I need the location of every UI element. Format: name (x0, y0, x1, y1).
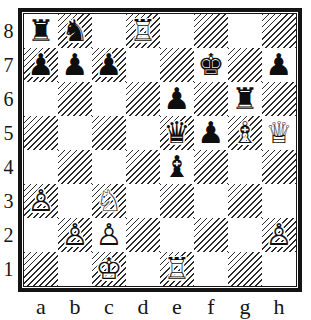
square-h7[interactable]: ♟ (262, 48, 296, 82)
square-e5[interactable]: ♛ (160, 116, 194, 150)
square-d8[interactable]: ♖ (126, 14, 160, 48)
square-h8[interactable] (262, 14, 296, 48)
square-d1[interactable] (126, 252, 160, 286)
black-pawn-c7: ♟ (96, 48, 123, 82)
square-d6[interactable] (126, 82, 160, 116)
rank-label-4: 4 (0, 150, 17, 184)
board-border: ♜♞♖♟♟♟♚♟♟♜♛♟♗♕♝♙♘♙♙♙♔♖ (23, 13, 297, 287)
rank-label-1: 1 (0, 252, 17, 286)
square-a6[interactable] (24, 82, 58, 116)
square-g5[interactable]: ♗ (228, 116, 262, 150)
square-f1[interactable] (194, 252, 228, 286)
square-b4[interactable] (58, 150, 92, 184)
square-c8[interactable] (92, 14, 126, 48)
square-b7[interactable]: ♟ (58, 48, 92, 82)
black-pawn-h7: ♟ (266, 48, 293, 82)
square-d3[interactable] (126, 184, 160, 218)
white-pawn-a3: ♙ (28, 184, 55, 218)
square-g7[interactable] (228, 48, 262, 82)
square-a4[interactable] (24, 150, 58, 184)
black-rook-a8: ♜ (28, 14, 55, 48)
square-a2[interactable] (24, 218, 58, 252)
square-h4[interactable] (262, 150, 296, 184)
white-knight-c3: ♘ (96, 184, 123, 218)
square-c4[interactable] (92, 150, 126, 184)
square-f3[interactable] (194, 184, 228, 218)
square-c7[interactable]: ♟ (92, 48, 126, 82)
black-pawn-f5: ♟ (198, 116, 225, 150)
rank-label-2: 2 (0, 218, 17, 252)
square-f8[interactable] (194, 14, 228, 48)
square-e8[interactable] (160, 14, 194, 48)
square-e4[interactable]: ♝ (160, 150, 194, 184)
black-bishop-e4: ♝ (164, 150, 191, 184)
file-label-c: c (92, 294, 126, 320)
square-f7[interactable]: ♚ (194, 48, 228, 82)
white-rook-d8: ♖ (130, 14, 157, 48)
square-a8[interactable]: ♜ (24, 14, 58, 48)
file-label-d: d (126, 294, 160, 320)
rank-label-8: 8 (0, 14, 17, 48)
square-b1[interactable] (58, 252, 92, 286)
square-g2[interactable] (228, 218, 262, 252)
square-e2[interactable] (160, 218, 194, 252)
square-f2[interactable] (194, 218, 228, 252)
file-labels: abcdefgh (24, 294, 296, 320)
square-c3[interactable]: ♘ (92, 184, 126, 218)
square-b2[interactable]: ♙ (58, 218, 92, 252)
rank-label-7: 7 (0, 48, 17, 82)
square-h1[interactable] (262, 252, 296, 286)
white-rook-e1: ♖ (164, 252, 191, 286)
file-label-e: e (160, 294, 194, 320)
white-pawn-b2: ♙ (62, 218, 89, 252)
square-a3[interactable]: ♙ (24, 184, 58, 218)
square-f4[interactable] (194, 150, 228, 184)
square-c5[interactable] (92, 116, 126, 150)
square-e3[interactable] (160, 184, 194, 218)
white-king-c1: ♔ (96, 252, 123, 286)
square-d4[interactable] (126, 150, 160, 184)
square-h3[interactable] (262, 184, 296, 218)
square-c2[interactable]: ♙ (92, 218, 126, 252)
square-e7[interactable] (160, 48, 194, 82)
black-pawn-a7: ♟ (28, 48, 55, 82)
square-f6[interactable] (194, 82, 228, 116)
file-label-h: h (262, 294, 296, 320)
square-e6[interactable]: ♟ (160, 82, 194, 116)
white-pawn-h2: ♙ (266, 218, 293, 252)
file-label-g: g (228, 294, 262, 320)
rank-label-3: 3 (0, 184, 17, 218)
square-g4[interactable] (228, 150, 262, 184)
square-f5[interactable]: ♟ (194, 116, 228, 150)
black-knight-b8: ♞ (62, 14, 89, 48)
square-g3[interactable] (228, 184, 262, 218)
square-b5[interactable] (58, 116, 92, 150)
square-a7[interactable]: ♟ (24, 48, 58, 82)
square-a1[interactable] (24, 252, 58, 286)
square-b6[interactable] (58, 82, 92, 116)
rank-label-5: 5 (0, 116, 17, 150)
square-h5[interactable]: ♕ (262, 116, 296, 150)
square-g1[interactable] (228, 252, 262, 286)
file-label-b: b (58, 294, 92, 320)
square-c6[interactable] (92, 82, 126, 116)
white-bishop-g5: ♗ (232, 116, 259, 150)
file-label-a: a (24, 294, 58, 320)
square-h2[interactable]: ♙ (262, 218, 296, 252)
black-rook-g6: ♜ (232, 82, 259, 116)
white-pawn-c2: ♙ (96, 218, 123, 252)
square-a5[interactable] (24, 116, 58, 150)
black-pawn-b7: ♟ (62, 48, 89, 82)
rank-labels: 87654321 (0, 14, 17, 286)
chess-diagram: 87654321 ♜♞♖♟♟♟♚♟♟♜♛♟♗♕♝♙♘♙♙♙♔♖ abcdefgh (0, 0, 311, 320)
square-d7[interactable] (126, 48, 160, 82)
rank-label-6: 6 (0, 82, 17, 116)
file-label-f: f (194, 294, 228, 320)
square-g6[interactable]: ♜ (228, 82, 262, 116)
black-pawn-e6: ♟ (164, 82, 191, 116)
white-queen-h5: ♕ (266, 116, 293, 150)
square-g8[interactable] (228, 14, 262, 48)
black-queen-e5: ♛ (164, 116, 191, 150)
chess-board: ♜♞♖♟♟♟♚♟♟♜♛♟♗♕♝♙♘♙♙♙♔♖ (18, 8, 302, 292)
square-b3[interactable] (58, 184, 92, 218)
square-c1[interactable]: ♔ (92, 252, 126, 286)
square-b8[interactable]: ♞ (58, 14, 92, 48)
square-d2[interactable] (126, 218, 160, 252)
black-king-f7: ♚ (198, 48, 225, 82)
square-d5[interactable] (126, 116, 160, 150)
board-grid: ♜♞♖♟♟♟♚♟♟♜♛♟♗♕♝♙♘♙♙♙♔♖ (24, 14, 296, 286)
square-e1[interactable]: ♖ (160, 252, 194, 286)
square-h6[interactable] (262, 82, 296, 116)
